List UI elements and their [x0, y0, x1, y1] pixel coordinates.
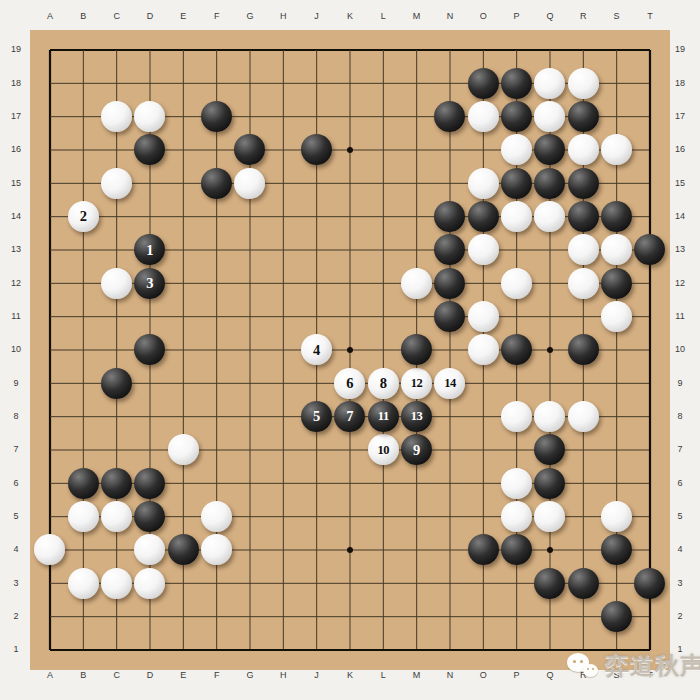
move-number: 7	[346, 409, 353, 424]
stone-P17	[501, 101, 532, 132]
coord-label: P	[500, 11, 533, 27]
coord-label: 16	[4, 133, 28, 166]
stone-P5	[501, 501, 532, 532]
stone-D16	[134, 134, 165, 165]
go-diagram: ABCDEFGHJKLMNOPQRST ABCDEFGHJKLMNOPQRST …	[0, 0, 700, 700]
row-labels-right: 19181716151413121110987654321	[668, 33, 692, 666]
coord-label: O	[467, 670, 500, 686]
coord-label: 5	[668, 500, 692, 533]
stone-Q7	[534, 434, 565, 465]
coord-label: 15	[668, 167, 692, 200]
stone-F17	[201, 101, 232, 132]
stone-R17	[568, 101, 599, 132]
stone-S14	[601, 201, 632, 232]
coord-label: K	[333, 670, 366, 686]
move-number: 9	[413, 443, 420, 458]
coord-label: 18	[668, 67, 692, 100]
stone-J16	[301, 134, 332, 165]
coord-label: 11	[4, 300, 28, 333]
coord-label: 12	[668, 267, 692, 300]
stone-O15	[468, 168, 499, 199]
stone-C17	[101, 101, 132, 132]
stone-M8: 13	[401, 401, 432, 432]
stone-K9: 6	[334, 368, 365, 399]
coord-label: 11	[668, 300, 692, 333]
stone-D4	[134, 534, 165, 565]
coord-label: 5	[4, 500, 28, 533]
coord-label: B	[67, 11, 100, 27]
coord-label: J	[300, 670, 333, 686]
watermark: 弈道秋声	[566, 648, 700, 684]
coord-label: K	[333, 11, 366, 27]
coord-label: D	[133, 11, 166, 27]
stone-J10: 4	[301, 334, 332, 365]
stone-P16	[501, 134, 532, 165]
stone-S16	[601, 134, 632, 165]
coord-label: 14	[668, 200, 692, 233]
go-board: 1234567891011121314	[30, 30, 670, 670]
stone-L7: 10	[368, 434, 399, 465]
coord-label: F	[200, 670, 233, 686]
coord-label: 17	[4, 100, 28, 133]
stone-M9: 12	[401, 368, 432, 399]
coord-label: 9	[668, 367, 692, 400]
coord-label: C	[100, 670, 133, 686]
stone-L9: 8	[368, 368, 399, 399]
stone-L8: 11	[368, 401, 399, 432]
coord-label: A	[33, 11, 66, 27]
stone-F4	[201, 534, 232, 565]
watermark-text: 弈道秋声	[605, 650, 700, 682]
coord-label: 2	[668, 600, 692, 633]
coord-label: 6	[668, 467, 692, 500]
stone-E4	[168, 534, 199, 565]
stone-E7	[168, 434, 199, 465]
coord-label: 7	[4, 433, 28, 466]
stone-P8	[501, 401, 532, 432]
stone-O11	[468, 301, 499, 332]
coord-label: M	[400, 670, 433, 686]
coord-label: 3	[668, 567, 692, 600]
stone-S13	[601, 234, 632, 265]
stone-Q3	[534, 568, 565, 599]
stone-P10	[501, 334, 532, 365]
move-number: 13	[411, 410, 423, 423]
column-labels-top: ABCDEFGHJKLMNOPQRST	[33, 11, 666, 27]
stone-F5	[201, 501, 232, 532]
stone-O10	[468, 334, 499, 365]
move-number: 4	[313, 343, 320, 358]
coord-label: 9	[4, 367, 28, 400]
coord-label: F	[200, 11, 233, 27]
stone-P6	[501, 468, 532, 499]
coord-label: 12	[4, 267, 28, 300]
stone-D3	[134, 568, 165, 599]
coord-label: E	[167, 670, 200, 686]
stone-M7: 9	[401, 434, 432, 465]
coord-label: 13	[668, 233, 692, 266]
coord-label: N	[433, 670, 466, 686]
coord-label: P	[500, 670, 533, 686]
stone-B6	[68, 468, 99, 499]
stone-P15	[501, 168, 532, 199]
coord-label: G	[233, 670, 266, 686]
stone-Q16	[534, 134, 565, 165]
coord-label: 3	[4, 567, 28, 600]
move-number: 3	[146, 276, 153, 291]
stone-G16	[234, 134, 265, 165]
coord-label: L	[367, 11, 400, 27]
coord-label: C	[100, 11, 133, 27]
coord-label: 16	[668, 133, 692, 166]
coord-label: Q	[533, 11, 566, 27]
coord-label: 6	[4, 467, 28, 500]
stone-B3	[68, 568, 99, 599]
move-number: 10	[378, 444, 390, 457]
coord-label: 15	[4, 167, 28, 200]
stone-P12	[501, 268, 532, 299]
coord-label: L	[367, 670, 400, 686]
stone-N12	[434, 268, 465, 299]
stone-O14	[468, 201, 499, 232]
stone-D13: 1	[134, 234, 165, 265]
coord-label: B	[67, 670, 100, 686]
row-labels-left: 19181716151413121110987654321	[4, 33, 28, 666]
stone-T3	[634, 568, 665, 599]
stone-T13	[634, 234, 665, 265]
stones-layer: 1234567891011121314	[33, 33, 666, 666]
coord-label: 19	[668, 33, 692, 66]
stone-K8: 7	[334, 401, 365, 432]
coord-label: 8	[4, 400, 28, 433]
stone-S2	[601, 601, 632, 632]
stone-C6	[101, 468, 132, 499]
stone-N11	[434, 301, 465, 332]
stone-O13	[468, 234, 499, 265]
stone-Q14	[534, 201, 565, 232]
stone-J8: 5	[301, 401, 332, 432]
stone-S11	[601, 301, 632, 332]
stone-O18	[468, 68, 499, 99]
coord-label: 10	[4, 333, 28, 366]
stone-B5	[68, 501, 99, 532]
coord-label: 1	[4, 633, 28, 666]
coord-label: H	[267, 670, 300, 686]
stone-R3	[568, 568, 599, 599]
stone-C12	[101, 268, 132, 299]
stone-N14	[434, 201, 465, 232]
stone-O17	[468, 101, 499, 132]
move-number: 11	[378, 410, 389, 423]
move-number: 14	[444, 377, 456, 390]
stone-Q6	[534, 468, 565, 499]
coord-label: Q	[533, 670, 566, 686]
stone-D17	[134, 101, 165, 132]
coord-label: R	[567, 11, 600, 27]
coord-label: A	[33, 670, 66, 686]
stone-M12	[401, 268, 432, 299]
move-number: 5	[313, 409, 320, 424]
stone-B14: 2	[68, 201, 99, 232]
coord-label: S	[600, 11, 633, 27]
coord-label: 4	[668, 533, 692, 566]
stone-R13	[568, 234, 599, 265]
coord-label: 8	[668, 400, 692, 433]
coord-label: H	[267, 11, 300, 27]
stone-D6	[134, 468, 165, 499]
stone-O4	[468, 534, 499, 565]
stone-R15	[568, 168, 599, 199]
stone-D5	[134, 501, 165, 532]
stone-P4	[501, 534, 532, 565]
stone-M10	[401, 334, 432, 365]
wechat-icon	[566, 651, 602, 681]
stone-Q17	[534, 101, 565, 132]
stone-S5	[601, 501, 632, 532]
stone-R16	[568, 134, 599, 165]
stone-G15	[234, 168, 265, 199]
stone-Q5	[534, 501, 565, 532]
stone-R18	[568, 68, 599, 99]
coord-label: J	[300, 11, 333, 27]
coord-label: D	[133, 670, 166, 686]
coord-label: N	[433, 11, 466, 27]
stone-R12	[568, 268, 599, 299]
wechat-bubble-small	[583, 664, 598, 677]
coord-label: G	[233, 11, 266, 27]
coord-label: M	[400, 11, 433, 27]
stone-N17	[434, 101, 465, 132]
stone-A4	[34, 534, 65, 565]
stone-C9	[101, 368, 132, 399]
move-number: 6	[346, 376, 353, 391]
stone-F15	[201, 168, 232, 199]
stone-D10	[134, 334, 165, 365]
stone-D12: 3	[134, 268, 165, 299]
stone-Q8	[534, 401, 565, 432]
stone-Q18	[534, 68, 565, 99]
stone-R14	[568, 201, 599, 232]
coord-label: 4	[4, 533, 28, 566]
coord-label: 2	[4, 600, 28, 633]
stone-S4	[601, 534, 632, 565]
move-number: 1	[146, 243, 153, 258]
stone-R10	[568, 334, 599, 365]
coord-label: T	[633, 11, 666, 27]
stone-R8	[568, 401, 599, 432]
coord-label: 18	[4, 67, 28, 100]
coord-label: 7	[668, 433, 692, 466]
stone-Q15	[534, 168, 565, 199]
stone-P18	[501, 68, 532, 99]
move-number: 2	[80, 209, 87, 224]
stone-S12	[601, 268, 632, 299]
stone-P14	[501, 201, 532, 232]
coord-label: 14	[4, 200, 28, 233]
coord-label: 19	[4, 33, 28, 66]
stone-C15	[101, 168, 132, 199]
coord-label: 10	[668, 333, 692, 366]
coord-label: 17	[668, 100, 692, 133]
move-number: 8	[380, 376, 387, 391]
stone-C3	[101, 568, 132, 599]
stone-N9: 14	[434, 368, 465, 399]
coord-label: E	[167, 11, 200, 27]
stone-C5	[101, 501, 132, 532]
coord-label: O	[467, 11, 500, 27]
coord-label: 13	[4, 233, 28, 266]
stone-N13	[434, 234, 465, 265]
move-number: 12	[411, 377, 423, 390]
